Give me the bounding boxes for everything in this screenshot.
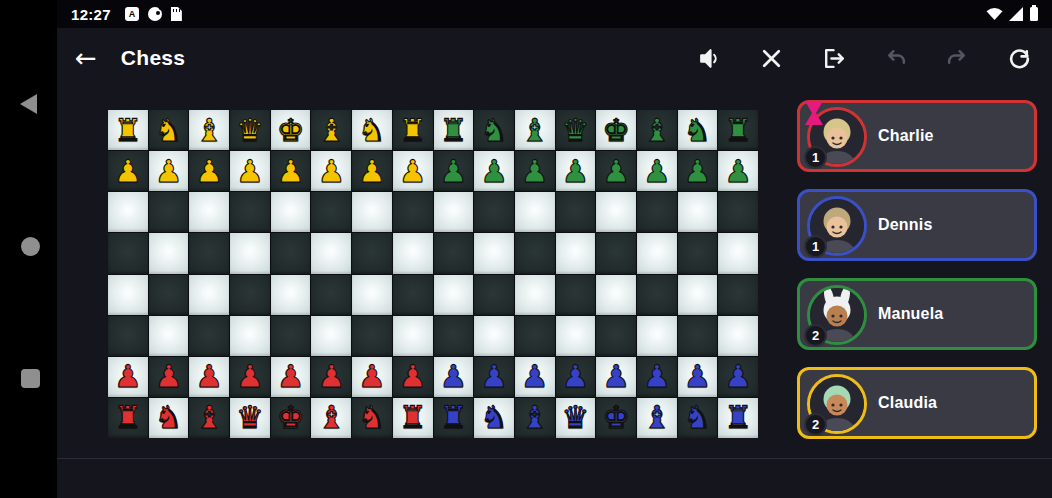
chess-piece-red-b[interactable]: ♝ xyxy=(195,402,223,433)
chess-piece-green-p[interactable]: ♟ xyxy=(480,156,508,187)
board-square-r7-c3[interactable]: ♟ xyxy=(189,357,229,397)
chess-piece-green-b[interactable]: ♝ xyxy=(643,115,671,146)
board-square-r3-c4[interactable] xyxy=(230,192,270,232)
board-square-r2-c10[interactable]: ♟ xyxy=(474,151,514,191)
board-square-r3-c6[interactable] xyxy=(311,192,351,232)
board-square-r2-c9[interactable]: ♟ xyxy=(434,151,474,191)
board-square-r4-c5[interactable] xyxy=(271,233,311,273)
avatar: 1 xyxy=(807,196,867,256)
board-square-r6-c2[interactable] xyxy=(149,316,189,356)
board-square-r2-c5[interactable]: ♟ xyxy=(271,151,311,191)
chess-piece-blue-p[interactable]: ♟ xyxy=(724,361,752,392)
board-square-r2-c11[interactable]: ♟ xyxy=(515,151,555,191)
board-square-r6-c4[interactable] xyxy=(230,316,270,356)
player-panel-claudia[interactable]: 2Claudia xyxy=(797,367,1037,439)
chess-piece-blue-p[interactable]: ♟ xyxy=(643,361,671,392)
board-square-r2-c1[interactable]: ♟ xyxy=(108,151,148,191)
player-count-badge: 1 xyxy=(804,146,827,169)
board-square-r4-c3[interactable] xyxy=(189,233,229,273)
chess-piece-green-r[interactable]: ♜ xyxy=(439,115,467,146)
board-square-r1-c9[interactable]: ♜ xyxy=(434,110,474,150)
board-square-r4-c9[interactable] xyxy=(434,233,474,273)
board-square-r1-c15[interactable]: ♞ xyxy=(678,110,718,150)
chess-piece-yellow-p[interactable]: ♟ xyxy=(155,156,183,187)
notification-icons: A xyxy=(125,7,182,21)
chess-piece-yellow-p[interactable]: ♟ xyxy=(195,156,223,187)
board-square-r7-c15[interactable]: ♟ xyxy=(678,357,718,397)
board-square-r7-c5[interactable]: ♟ xyxy=(271,357,311,397)
airconsole-logo-icon xyxy=(148,7,162,21)
board-square-r3-c11[interactable] xyxy=(515,192,555,232)
board-square-r2-c4[interactable]: ♟ xyxy=(230,151,270,191)
chess-piece-green-n[interactable]: ♞ xyxy=(684,115,712,146)
chess-piece-red-p[interactable]: ♟ xyxy=(236,361,264,392)
board-square-r4-c13[interactable] xyxy=(596,233,636,273)
chess-piece-blue-p[interactable]: ♟ xyxy=(480,361,508,392)
sd-card-icon xyxy=(171,7,182,21)
board-square-r3-c8[interactable] xyxy=(393,192,433,232)
board-square-r4-c16[interactable] xyxy=(718,233,758,273)
board-square-r7-c13[interactable]: ♟ xyxy=(596,357,636,397)
close-icon[interactable] xyxy=(759,46,784,71)
board-square-r5-c7[interactable] xyxy=(352,275,392,315)
board-square-r5-c1[interactable] xyxy=(108,275,148,315)
board-square-r1-c14[interactable]: ♝ xyxy=(637,110,677,150)
board-square-r6-c13[interactable] xyxy=(596,316,636,356)
board-square-r2-c2[interactable]: ♟ xyxy=(149,151,189,191)
chess-piece-blue-b[interactable]: ♝ xyxy=(643,402,671,433)
board-square-r4-c7[interactable] xyxy=(352,233,392,273)
chess-piece-red-p[interactable]: ♟ xyxy=(317,361,345,392)
chess-piece-green-p[interactable]: ♟ xyxy=(684,156,712,187)
board-square-r1-c8[interactable]: ♜ xyxy=(393,110,433,150)
chess-piece-blue-b[interactable]: ♝ xyxy=(521,402,549,433)
chess-piece-red-n[interactable]: ♞ xyxy=(358,402,386,433)
board-square-r6-c10[interactable] xyxy=(474,316,514,356)
chess-piece-red-p[interactable]: ♟ xyxy=(155,361,183,392)
board-square-r2-c16[interactable]: ♟ xyxy=(718,151,758,191)
chess-piece-red-n[interactable]: ♞ xyxy=(155,402,183,433)
board-square-r7-c9[interactable]: ♟ xyxy=(434,357,474,397)
board-square-r7-c8[interactable]: ♟ xyxy=(393,357,433,397)
status-bar: 12:27 A xyxy=(57,0,1052,28)
board-square-r1-c11[interactable]: ♝ xyxy=(515,110,555,150)
board-square-r8-c1[interactable]: ♜ xyxy=(108,398,148,438)
board-square-r1-c13[interactable]: ♚ xyxy=(596,110,636,150)
turn-hourglass-icon xyxy=(802,100,826,126)
board-square-r6-c6[interactable] xyxy=(311,316,351,356)
battery-icon xyxy=(1030,7,1038,21)
board-square-r3-c12[interactable] xyxy=(556,192,596,232)
board-square-r8-c2[interactable]: ♞ xyxy=(149,398,189,438)
board-square-r6-c14[interactable] xyxy=(637,316,677,356)
chess-piece-yellow-p[interactable]: ♟ xyxy=(236,156,264,187)
board-square-r3-c1[interactable] xyxy=(108,192,148,232)
board-square-r8-c8[interactable]: ♜ xyxy=(393,398,433,438)
board-square-r6-c5[interactable] xyxy=(271,316,311,356)
board-square-r3-c14[interactable] xyxy=(637,192,677,232)
chess-piece-red-p[interactable]: ♟ xyxy=(195,361,223,392)
chess-piece-red-p[interactable]: ♟ xyxy=(277,361,305,392)
chess-piece-green-p[interactable]: ♟ xyxy=(724,156,752,187)
board-square-r4-c4[interactable] xyxy=(230,233,270,273)
chess-piece-red-r[interactable]: ♜ xyxy=(114,402,142,433)
board-square-r8-c14[interactable]: ♝ xyxy=(637,398,677,438)
board-square-r6-c7[interactable] xyxy=(352,316,392,356)
chess-piece-blue-p[interactable]: ♟ xyxy=(602,361,630,392)
cell-signal-icon xyxy=(1009,7,1024,21)
board-square-r1-c16[interactable]: ♜ xyxy=(718,110,758,150)
board-square-r3-c9[interactable] xyxy=(434,192,474,232)
chess-piece-red-k[interactable]: ♚ xyxy=(277,402,305,433)
board-square-r7-c16[interactable]: ♟ xyxy=(718,357,758,397)
board-square-r8-c5[interactable]: ♚ xyxy=(271,398,311,438)
chess-piece-blue-p[interactable]: ♟ xyxy=(439,361,467,392)
board-square-r2-c3[interactable]: ♟ xyxy=(189,151,229,191)
chess-piece-blue-r[interactable]: ♜ xyxy=(439,402,467,433)
board-square-r7-c1[interactable]: ♟ xyxy=(108,357,148,397)
chess-piece-green-p[interactable]: ♟ xyxy=(439,156,467,187)
board-square-r1-c12[interactable]: ♛ xyxy=(556,110,596,150)
board-square-r8-c9[interactable]: ♜ xyxy=(434,398,474,438)
board-square-r4-c15[interactable] xyxy=(678,233,718,273)
board-square-r5-c14[interactable] xyxy=(637,275,677,315)
board-square-r7-c10[interactable]: ♟ xyxy=(474,357,514,397)
board-square-r5-c5[interactable] xyxy=(271,275,311,315)
board-square-r7-c12[interactable]: ♟ xyxy=(556,357,596,397)
board-square-r3-c2[interactable] xyxy=(149,192,189,232)
chess-piece-green-n[interactable]: ♞ xyxy=(480,115,508,146)
chess-piece-yellow-r[interactable]: ♜ xyxy=(114,115,142,146)
player-list: 1Charlie1Dennis2Manuela2Claudia xyxy=(797,100,1037,439)
android-back-icon[interactable] xyxy=(20,94,37,114)
board-square-r8-c16[interactable]: ♜ xyxy=(718,398,758,438)
chess-piece-red-q[interactable]: ♛ xyxy=(236,402,264,433)
board-square-r5-c8[interactable] xyxy=(393,275,433,315)
wifi-icon xyxy=(986,7,1003,21)
chess-piece-blue-r[interactable]: ♜ xyxy=(724,402,752,433)
board-square-r7-c7[interactable]: ♟ xyxy=(352,357,392,397)
board-square-r8-c3[interactable]: ♝ xyxy=(189,398,229,438)
board-square-r6-c12[interactable] xyxy=(556,316,596,356)
clock: 12:27 xyxy=(71,6,111,23)
board-square-r5-c15[interactable] xyxy=(678,275,718,315)
system-status-icons xyxy=(986,7,1038,21)
board-square-r1-c5[interactable]: ♚ xyxy=(271,110,311,150)
board-square-r8-c10[interactable]: ♞ xyxy=(474,398,514,438)
board-square-r6-c8[interactable] xyxy=(393,316,433,356)
chess-piece-blue-p[interactable]: ♟ xyxy=(684,361,712,392)
board-square-r6-c9[interactable] xyxy=(434,316,474,356)
chess-piece-blue-n[interactable]: ♞ xyxy=(684,402,712,433)
board-square-r5-c13[interactable] xyxy=(596,275,636,315)
board-square-r4-c2[interactable] xyxy=(149,233,189,273)
chess-piece-red-p[interactable]: ♟ xyxy=(114,361,142,392)
player-panel-dennis[interactable]: 1Dennis xyxy=(797,189,1037,261)
board-square-r4-c11[interactable] xyxy=(515,233,555,273)
board-square-r3-c3[interactable] xyxy=(189,192,229,232)
chess-piece-red-p[interactable]: ♟ xyxy=(358,361,386,392)
chess-piece-yellow-q[interactable]: ♛ xyxy=(236,115,264,146)
board-square-r7-c2[interactable]: ♟ xyxy=(149,357,189,397)
board-square-r5-c6[interactable] xyxy=(311,275,351,315)
board-square-r6-c15[interactable] xyxy=(678,316,718,356)
board-square-r4-c12[interactable] xyxy=(556,233,596,273)
android-home-icon[interactable] xyxy=(21,237,40,256)
board-square-r1-c7[interactable]: ♞ xyxy=(352,110,392,150)
chess-piece-green-q[interactable]: ♛ xyxy=(562,115,590,146)
board-square-r8-c11[interactable]: ♝ xyxy=(515,398,555,438)
board-square-r6-c16[interactable] xyxy=(718,316,758,356)
board-square-r2-c12[interactable]: ♟ xyxy=(556,151,596,191)
chess-piece-red-r[interactable]: ♜ xyxy=(399,402,427,433)
back-button[interactable]: ← xyxy=(75,45,97,71)
board-square-r5-c12[interactable] xyxy=(556,275,596,315)
sound-icon[interactable] xyxy=(697,46,722,71)
board-square-r8-c13[interactable]: ♚ xyxy=(596,398,636,438)
board-square-r5-c16[interactable] xyxy=(718,275,758,315)
board-square-r1-c2[interactable]: ♞ xyxy=(149,110,189,150)
board-square-r1-c1[interactable]: ♜ xyxy=(108,110,148,150)
chess-piece-yellow-b[interactable]: ♝ xyxy=(317,115,345,146)
chess-piece-green-p[interactable]: ♟ xyxy=(643,156,671,187)
board-square-r2-c7[interactable]: ♟ xyxy=(352,151,392,191)
board-square-r4-c10[interactable] xyxy=(474,233,514,273)
board-square-r2-c6[interactable]: ♟ xyxy=(311,151,351,191)
player-name: Manuela xyxy=(878,281,943,347)
action-buttons xyxy=(697,28,1032,88)
chess-piece-blue-p[interactable]: ♟ xyxy=(562,361,590,392)
player-count-badge: 2 xyxy=(804,324,827,347)
board-square-r5-c11[interactable] xyxy=(515,275,555,315)
a-app-badge-icon: A xyxy=(125,7,139,21)
avatar: 1 xyxy=(807,107,867,167)
board-square-r1-c6[interactable]: ♝ xyxy=(311,110,351,150)
board-square-r4-c1[interactable] xyxy=(108,233,148,273)
chess-piece-yellow-n[interactable]: ♞ xyxy=(155,115,183,146)
player-panel-manuela[interactable]: 2Manuela xyxy=(797,278,1037,350)
board-square-r3-c10[interactable] xyxy=(474,192,514,232)
board-square-r8-c15[interactable]: ♞ xyxy=(678,398,718,438)
board-square-r2-c15[interactable]: ♟ xyxy=(678,151,718,191)
board-square-r5-c4[interactable] xyxy=(230,275,270,315)
board-square-r7-c14[interactable]: ♟ xyxy=(637,357,677,397)
android-nav-rail xyxy=(0,0,57,498)
board-square-r1-c3[interactable]: ♝ xyxy=(189,110,229,150)
board-square-r6-c11[interactable] xyxy=(515,316,555,356)
chess-piece-green-r[interactable]: ♜ xyxy=(724,115,752,146)
chess-piece-yellow-p[interactable]: ♟ xyxy=(358,156,386,187)
bottom-divider xyxy=(57,458,1052,459)
leave-room-icon[interactable] xyxy=(821,46,846,71)
board-square-r4-c8[interactable] xyxy=(393,233,433,273)
board-square-r6-c3[interactable] xyxy=(189,316,229,356)
chess-piece-yellow-p[interactable]: ♟ xyxy=(317,156,345,187)
board-square-r7-c6[interactable]: ♟ xyxy=(311,357,351,397)
board-square-r4-c14[interactable] xyxy=(637,233,677,273)
undo-icon[interactable] xyxy=(883,46,908,71)
chess-piece-blue-k[interactable]: ♚ xyxy=(602,402,630,433)
board-square-r7-c11[interactable]: ♟ xyxy=(515,357,555,397)
board-square-r3-c13[interactable] xyxy=(596,192,636,232)
board-square-r3-c5[interactable] xyxy=(271,192,311,232)
board-square-r1-c10[interactable]: ♞ xyxy=(474,110,514,150)
chess-piece-yellow-b[interactable]: ♝ xyxy=(195,115,223,146)
player-name: Dennis xyxy=(878,192,933,258)
chess-piece-yellow-p[interactable]: ♟ xyxy=(399,156,427,187)
chess-board[interactable]: ♜♞♝♛♚♝♞♜♜♞♝♛♚♝♞♜♟♟♟♟♟♟♟♟♟♟♟♟♟♟♟♟♟♟♟♟♟♟♟♟… xyxy=(108,110,758,438)
redo-icon[interactable] xyxy=(945,46,970,71)
android-recents-icon[interactable] xyxy=(21,369,40,388)
chess-piece-red-b[interactable]: ♝ xyxy=(317,402,345,433)
board-square-r2-c13[interactable]: ♟ xyxy=(596,151,636,191)
board-square-r8-c6[interactable]: ♝ xyxy=(311,398,351,438)
board-square-r8-c12[interactable]: ♛ xyxy=(556,398,596,438)
chess-piece-yellow-p[interactable]: ♟ xyxy=(277,156,305,187)
board-square-r2-c14[interactable]: ♟ xyxy=(637,151,677,191)
player-count-badge: 2 xyxy=(804,413,827,436)
board-square-r3-c15[interactable] xyxy=(678,192,718,232)
chess-piece-green-k[interactable]: ♚ xyxy=(602,115,630,146)
chess-piece-red-p[interactable]: ♟ xyxy=(399,361,427,392)
chess-piece-green-b[interactable]: ♝ xyxy=(521,115,549,146)
board-square-r1-c4[interactable]: ♛ xyxy=(230,110,270,150)
player-name: Claudia xyxy=(878,370,937,436)
board-square-r7-c4[interactable]: ♟ xyxy=(230,357,270,397)
player-name: Charlie xyxy=(878,103,934,169)
board-square-r5-c10[interactable] xyxy=(474,275,514,315)
board-square-r5-c2[interactable] xyxy=(149,275,189,315)
board-square-r5-c3[interactable] xyxy=(189,275,229,315)
page-title: Chess xyxy=(121,46,186,70)
avatar: 2 xyxy=(807,285,867,345)
chess-piece-blue-q[interactable]: ♛ xyxy=(562,402,590,433)
board-square-r2-c8[interactable]: ♟ xyxy=(393,151,433,191)
board-square-r3-c16[interactable] xyxy=(718,192,758,232)
chess-piece-yellow-k[interactable]: ♚ xyxy=(277,115,305,146)
board-square-r8-c7[interactable]: ♞ xyxy=(352,398,392,438)
player-count-badge: 1 xyxy=(804,235,827,258)
board-square-r4-c6[interactable] xyxy=(311,233,351,273)
chess-piece-blue-n[interactable]: ♞ xyxy=(480,402,508,433)
board-square-r3-c7[interactable] xyxy=(352,192,392,232)
chess-piece-yellow-r[interactable]: ♜ xyxy=(399,115,427,146)
chess-piece-green-p[interactable]: ♟ xyxy=(602,156,630,187)
board-square-r6-c1[interactable] xyxy=(108,316,148,356)
board-square-r5-c9[interactable] xyxy=(434,275,474,315)
reload-icon[interactable] xyxy=(1007,46,1032,71)
chess-piece-yellow-n[interactable]: ♞ xyxy=(358,115,386,146)
chess-piece-blue-p[interactable]: ♟ xyxy=(521,361,549,392)
avatar: 2 xyxy=(807,374,867,434)
player-panel-charlie[interactable]: 1Charlie xyxy=(797,100,1037,172)
chess-piece-green-p[interactable]: ♟ xyxy=(562,156,590,187)
chess-piece-yellow-p[interactable]: ♟ xyxy=(114,156,142,187)
app-bar: ← Chess xyxy=(57,28,1052,88)
chess-piece-green-p[interactable]: ♟ xyxy=(521,156,549,187)
board-square-r8-c4[interactable]: ♛ xyxy=(230,398,270,438)
